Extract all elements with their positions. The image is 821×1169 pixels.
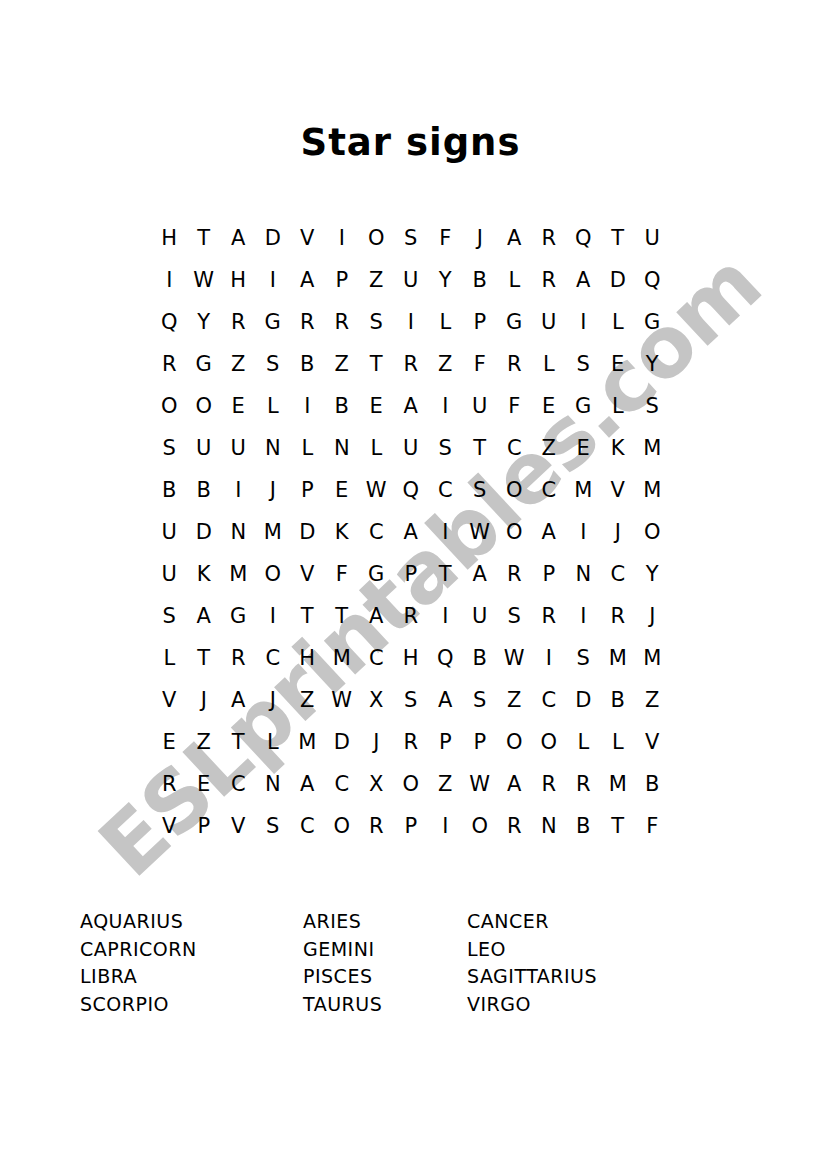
grid-cell: A — [566, 259, 601, 301]
grid-cell: A — [290, 259, 325, 301]
grid-cell: Q — [566, 217, 601, 259]
grid-cell: H — [152, 217, 187, 259]
grid-cell: Z — [532, 427, 567, 469]
grid-cell: I — [428, 511, 463, 553]
grid-cell: I — [290, 385, 325, 427]
grid-cell: I — [428, 805, 463, 847]
grid-cell: P — [394, 805, 429, 847]
grid-cell: S — [566, 637, 601, 679]
grid-cell: B — [325, 385, 360, 427]
word-item: LIBRA — [80, 963, 197, 991]
grid-cell: M — [635, 637, 670, 679]
grid-cell: A — [428, 679, 463, 721]
grid-cell: G — [359, 553, 394, 595]
grid-cell: C — [497, 427, 532, 469]
grid-cell: N — [256, 427, 291, 469]
grid-cell: Q — [635, 259, 670, 301]
grid-cell: E — [187, 763, 222, 805]
grid-cell: C — [325, 763, 360, 805]
grid-cell: U — [635, 217, 670, 259]
grid-cell: S — [256, 343, 291, 385]
grid-cell: T — [463, 427, 498, 469]
grid-cell: T — [325, 595, 360, 637]
grid-cell: T — [221, 721, 256, 763]
grid-cell: T — [290, 595, 325, 637]
grid-cell: M — [290, 721, 325, 763]
grid-cell: B — [566, 805, 601, 847]
grid-cell: L — [601, 301, 636, 343]
grid-cell: V — [221, 805, 256, 847]
grid-cell: D — [325, 721, 360, 763]
word-list: AQUARIUSCAPRICORNLIBRASCORPIOARIESGEMINI… — [0, 908, 821, 1028]
grid-cell: I — [394, 301, 429, 343]
grid-cell: U — [152, 511, 187, 553]
grid-cell: I — [566, 301, 601, 343]
word-list-column: ARIESGEMINIPISCESTAURUS — [303, 908, 382, 1018]
grid-cell: E — [359, 385, 394, 427]
grid-cell: L — [290, 427, 325, 469]
grid-cell: O — [359, 217, 394, 259]
grid-cell: Y — [187, 301, 222, 343]
grid-cell: Z — [290, 679, 325, 721]
grid-cell: F — [635, 805, 670, 847]
grid-cell: L — [601, 721, 636, 763]
word-list-column: CANCERLEOSAGITTARIUSVIRGO — [467, 908, 597, 1018]
grid-cell: B — [601, 679, 636, 721]
grid-cell: A — [221, 679, 256, 721]
grid-cell: Z — [428, 343, 463, 385]
grid-cell: N — [532, 805, 567, 847]
grid-cell: I — [256, 595, 291, 637]
grid-cell: V — [635, 721, 670, 763]
grid-cell: M — [601, 637, 636, 679]
word-item: LEO — [467, 936, 597, 964]
word-list-column: AQUARIUSCAPRICORNLIBRASCORPIO — [80, 908, 197, 1018]
grid-cell: J — [635, 595, 670, 637]
grid-cell: C — [601, 553, 636, 595]
grid-cell: P — [463, 721, 498, 763]
grid-cell: I — [152, 259, 187, 301]
grid-cell: N — [256, 763, 291, 805]
grid-cell: N — [221, 511, 256, 553]
grid-cell: Z — [635, 679, 670, 721]
grid-cell: T — [601, 217, 636, 259]
grid-cell: E — [325, 469, 360, 511]
grid-cell: B — [152, 469, 187, 511]
word-item: CANCER — [467, 908, 597, 936]
grid-cell: W — [187, 259, 222, 301]
grid-cell: D — [290, 511, 325, 553]
grid-cell: S — [394, 217, 429, 259]
worksheet-page: ESLprintables.com Star signs HTADVIOSFJA… — [0, 0, 821, 1169]
grid-cell: R — [497, 553, 532, 595]
grid-cell: E — [601, 343, 636, 385]
grid-cell: W — [359, 469, 394, 511]
grid-cell: D — [566, 679, 601, 721]
grid-cell: M — [635, 469, 670, 511]
word-item: VIRGO — [467, 991, 597, 1019]
grid-cell: O — [256, 553, 291, 595]
grid-cell: A — [497, 763, 532, 805]
grid-cell: R — [221, 637, 256, 679]
grid-cell: S — [497, 595, 532, 637]
grid-cell: M — [325, 637, 360, 679]
grid-cell: C — [532, 679, 567, 721]
grid-cell: G — [256, 301, 291, 343]
grid-cell: R — [290, 301, 325, 343]
grid-cell: M — [635, 427, 670, 469]
word-search-grid: HTADVIOSFJARQTUIWHIAPZUYBLRADQQYRGRRSILP… — [152, 217, 670, 847]
grid-cell: E — [566, 427, 601, 469]
word-item: SAGITTARIUS — [467, 963, 597, 991]
grid-cell: X — [359, 763, 394, 805]
grid-cell: C — [256, 637, 291, 679]
grid-cell: C — [359, 511, 394, 553]
grid-cell: N — [566, 553, 601, 595]
grid-cell: P — [290, 469, 325, 511]
grid-cell: Z — [428, 763, 463, 805]
grid-cell: V — [290, 217, 325, 259]
grid-cell: O — [532, 721, 567, 763]
grid-cell: O — [152, 385, 187, 427]
grid-cell: G — [187, 343, 222, 385]
grid-cell: R — [532, 259, 567, 301]
grid-cell: U — [463, 595, 498, 637]
grid-cell: O — [635, 511, 670, 553]
grid-cell: D — [187, 511, 222, 553]
grid-cell: P — [187, 805, 222, 847]
grid-cell: P — [532, 553, 567, 595]
grid-cell: C — [532, 469, 567, 511]
grid-cell: J — [359, 721, 394, 763]
grid-cell: W — [463, 763, 498, 805]
grid-cell: L — [256, 385, 291, 427]
grid-cell: M — [566, 469, 601, 511]
grid-cell: B — [463, 259, 498, 301]
grid-cell: A — [359, 595, 394, 637]
grid-cell: B — [635, 763, 670, 805]
grid-cell: S — [394, 679, 429, 721]
grid-cell: K — [325, 511, 360, 553]
grid-cell: B — [187, 469, 222, 511]
grid-cell: F — [463, 343, 498, 385]
grid-cell: F — [428, 217, 463, 259]
grid-cell: C — [221, 763, 256, 805]
grid-cell: S — [566, 343, 601, 385]
grid-cell: V — [290, 553, 325, 595]
grid-cell: Y — [635, 343, 670, 385]
grid-cell: A — [394, 511, 429, 553]
grid-cell: I — [256, 259, 291, 301]
grid-cell: L — [532, 343, 567, 385]
grid-cell: R — [221, 301, 256, 343]
grid-cell: S — [152, 427, 187, 469]
grid-cell: R — [532, 217, 567, 259]
grid-cell: E — [221, 385, 256, 427]
grid-cell: K — [601, 427, 636, 469]
grid-cell: V — [152, 805, 187, 847]
grid-cell: U — [463, 385, 498, 427]
grid-cell: R — [359, 805, 394, 847]
grid-cell: P — [325, 259, 360, 301]
grid-cell: V — [601, 469, 636, 511]
grid-cell: A — [497, 217, 532, 259]
grid-cell: A — [463, 553, 498, 595]
word-item: TAURUS — [303, 991, 382, 1019]
grid-cell: L — [428, 301, 463, 343]
grid-cell: H — [290, 637, 325, 679]
grid-cell: L — [601, 385, 636, 427]
grid-cell: A — [221, 217, 256, 259]
grid-cell: T — [359, 343, 394, 385]
grid-cell: O — [497, 721, 532, 763]
grid-cell: U — [187, 427, 222, 469]
grid-cell: O — [497, 511, 532, 553]
grid-cell: Q — [394, 469, 429, 511]
grid-cell: I — [532, 637, 567, 679]
grid-cell: J — [256, 469, 291, 511]
grid-cell: Y — [635, 553, 670, 595]
grid-cell: I — [428, 595, 463, 637]
grid-cell: U — [532, 301, 567, 343]
grid-cell: J — [463, 217, 498, 259]
puzzle-title: Star signs — [0, 121, 821, 164]
grid-cell: J — [187, 679, 222, 721]
grid-cell: Z — [359, 259, 394, 301]
grid-cell: S — [359, 301, 394, 343]
grid-cell: T — [601, 805, 636, 847]
grid-cell: N — [325, 427, 360, 469]
grid-cell: S — [463, 679, 498, 721]
grid-cell: M — [601, 763, 636, 805]
grid-cell: O — [497, 469, 532, 511]
grid-cell: R — [532, 595, 567, 637]
grid-cell: F — [325, 553, 360, 595]
grid-cell: I — [221, 469, 256, 511]
grid-cell: E — [152, 721, 187, 763]
grid-cell: R — [497, 343, 532, 385]
grid-cell: S — [256, 805, 291, 847]
grid-cell: M — [221, 553, 256, 595]
word-item: GEMINI — [303, 936, 382, 964]
grid-cell: O — [463, 805, 498, 847]
grid-cell: M — [256, 511, 291, 553]
grid-cell: R — [394, 595, 429, 637]
grid-cell: L — [256, 721, 291, 763]
grid-cell: R — [497, 805, 532, 847]
grid-cell: C — [359, 637, 394, 679]
word-item: AQUARIUS — [80, 908, 197, 936]
grid-cell: Q — [152, 301, 187, 343]
grid-cell: W — [325, 679, 360, 721]
grid-cell: G — [635, 301, 670, 343]
word-item: CAPRICORN — [80, 936, 197, 964]
grid-cell: U — [221, 427, 256, 469]
grid-cell: P — [463, 301, 498, 343]
grid-cell: O — [394, 763, 429, 805]
grid-cell: A — [187, 595, 222, 637]
grid-cell: X — [359, 679, 394, 721]
grid-cell: R — [566, 763, 601, 805]
grid-cell: C — [290, 805, 325, 847]
grid-cell: U — [152, 553, 187, 595]
word-item: SCORPIO — [80, 991, 197, 1019]
grid-cell: V — [152, 679, 187, 721]
grid-cell: L — [152, 637, 187, 679]
grid-cell: R — [394, 721, 429, 763]
grid-cell: S — [152, 595, 187, 637]
grid-cell: O — [187, 385, 222, 427]
grid-cell: O — [325, 805, 360, 847]
grid-cell: S — [463, 469, 498, 511]
grid-cell: R — [394, 343, 429, 385]
grid-cell: G — [221, 595, 256, 637]
grid-cell: I — [566, 511, 601, 553]
grid-cell: R — [152, 763, 187, 805]
grid-cell: Y — [428, 259, 463, 301]
grid-cell: R — [325, 301, 360, 343]
grid-cell: D — [601, 259, 636, 301]
grid-cell: L — [359, 427, 394, 469]
grid-cell: A — [532, 511, 567, 553]
word-item: PISCES — [303, 963, 382, 991]
grid-cell: Z — [221, 343, 256, 385]
grid-cell: T — [428, 553, 463, 595]
grid-cell: W — [497, 637, 532, 679]
grid-cell: T — [187, 637, 222, 679]
grid-cell: B — [463, 637, 498, 679]
grid-cell: C — [428, 469, 463, 511]
grid-cell: R — [532, 763, 567, 805]
grid-cell: A — [290, 763, 325, 805]
grid-cell: H — [221, 259, 256, 301]
grid-cell: Q — [428, 637, 463, 679]
grid-cell: G — [497, 301, 532, 343]
word-item: ARIES — [303, 908, 382, 936]
grid-cell: Z — [325, 343, 360, 385]
grid-cell: G — [566, 385, 601, 427]
grid-cell: K — [187, 553, 222, 595]
grid-cell: P — [394, 553, 429, 595]
grid-cell: F — [497, 385, 532, 427]
grid-cell: I — [566, 595, 601, 637]
grid-cell: B — [290, 343, 325, 385]
grid-cell: Z — [497, 679, 532, 721]
grid-cell: U — [394, 259, 429, 301]
grid-cell: W — [463, 511, 498, 553]
grid-cell: A — [394, 385, 429, 427]
grid-cell: L — [497, 259, 532, 301]
grid-cell: Z — [187, 721, 222, 763]
grid-cell: J — [601, 511, 636, 553]
grid-cell: H — [394, 637, 429, 679]
grid-cell: P — [428, 721, 463, 763]
grid-cell: L — [566, 721, 601, 763]
grid-cell: I — [428, 385, 463, 427]
grid-cell: D — [256, 217, 291, 259]
grid-cell: U — [394, 427, 429, 469]
grid-cell: S — [428, 427, 463, 469]
grid-cell: T — [187, 217, 222, 259]
grid-cell: I — [325, 217, 360, 259]
grid-cell: S — [635, 385, 670, 427]
grid-cell: E — [532, 385, 567, 427]
grid-cell: R — [152, 343, 187, 385]
grid-cell: R — [601, 595, 636, 637]
grid-cell: J — [256, 679, 291, 721]
